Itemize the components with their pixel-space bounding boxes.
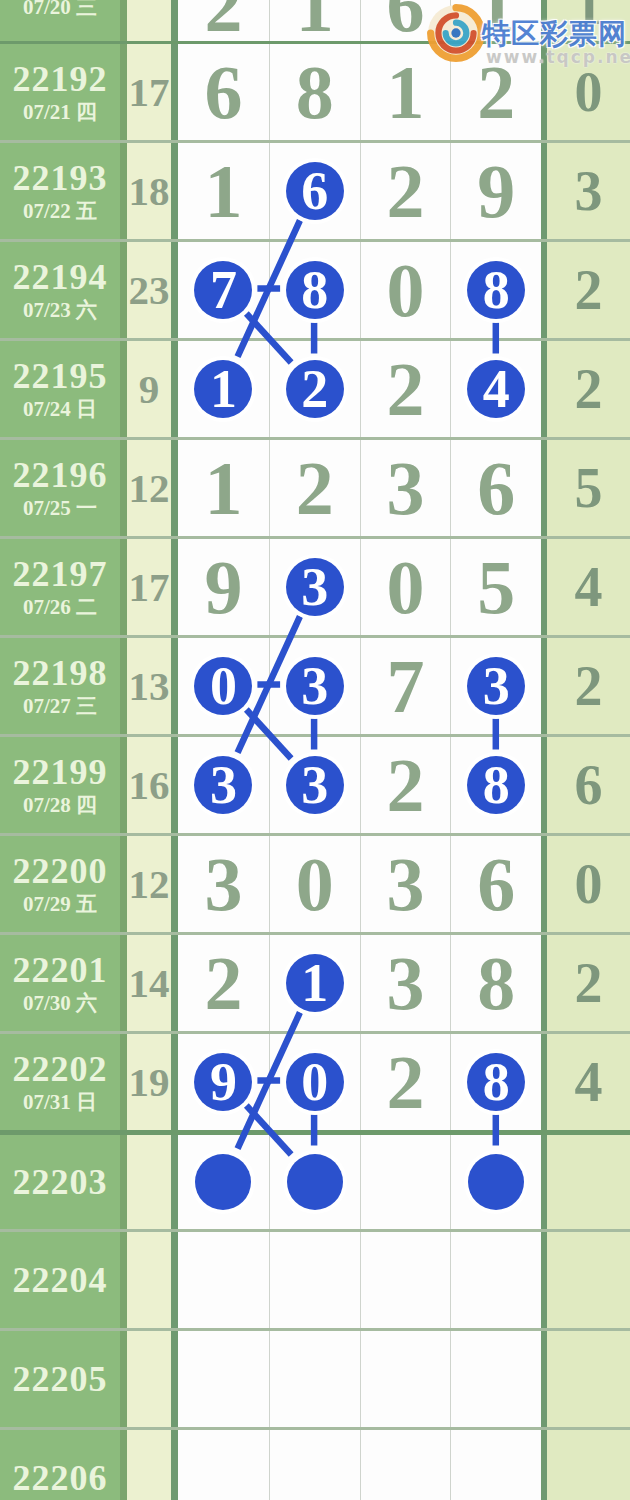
digit-cell: [269, 1331, 360, 1427]
column-divider: [171, 836, 178, 932]
extra-cell: 2: [547, 935, 630, 1031]
watermark-swirl-logo-icon: [426, 3, 486, 63]
date-label: 07/30 六: [23, 993, 97, 1014]
digit: 1: [386, 54, 424, 130]
digit: 3: [386, 846, 424, 922]
column-divider: [171, 1034, 178, 1130]
sum-cell: 14: [127, 935, 171, 1031]
sum-cell: [127, 1430, 171, 1500]
extra-value: 4: [575, 1054, 603, 1110]
digit: 2: [386, 351, 424, 427]
circled-digit: 7: [194, 261, 252, 319]
prediction-dot: [287, 1154, 343, 1210]
trend-row: 2219607/25 一1212365: [0, 437, 630, 536]
extra-cell: 5: [547, 440, 630, 536]
date-label: 07/21 四: [23, 102, 97, 123]
column-divider: [171, 1135, 178, 1229]
digit-cell: [178, 1331, 269, 1427]
trend-row: 22203: [0, 1130, 630, 1229]
digit-cell: 3: [269, 539, 360, 635]
column-divider: [171, 242, 178, 338]
period-cell: 2219207/21 四: [0, 44, 120, 140]
digit-cell: [178, 1430, 269, 1500]
extra-cell: [547, 1430, 630, 1500]
period-cell: 2219507/24 日: [0, 341, 120, 437]
digit-cell: [178, 1232, 269, 1328]
digit-cell: 3: [269, 737, 360, 833]
circled-digit: 2: [286, 360, 344, 418]
circled-digit: 9: [194, 1053, 252, 1111]
digit-cell: 3: [360, 836, 451, 932]
digit: 2: [386, 1044, 424, 1120]
sum-value: 17: [129, 563, 170, 611]
trend-row: 2220107/30 六1421382: [0, 932, 630, 1031]
period-cell: 2219307/22 五: [0, 143, 120, 239]
digit-cell: 2: [360, 1034, 451, 1130]
sum-value: 19: [129, 1058, 170, 1106]
column-divider: [120, 1135, 127, 1229]
date-label: 07/31 日: [23, 1092, 97, 1113]
digit-cell: 8: [450, 242, 541, 338]
circled-digit: 8: [467, 756, 525, 814]
digit-cell: 6: [269, 143, 360, 239]
period-cell: 2220207/31 日: [0, 1034, 120, 1130]
date-label: 07/20 三: [23, 0, 97, 18]
trend-row: 2220007/29 五1230360: [0, 833, 630, 932]
extra-cell: 4: [547, 539, 630, 635]
extra-cell: 6: [547, 737, 630, 833]
circled-digit: 0: [194, 657, 252, 715]
circled-digit: 8: [467, 1053, 525, 1111]
prediction-dot: [468, 1154, 524, 1210]
period-label: 22202: [13, 1051, 108, 1087]
column-divider: [120, 539, 127, 635]
digit: 7: [386, 648, 424, 724]
period-label: 22198: [13, 655, 108, 691]
period-label: 22204: [13, 1262, 108, 1298]
date-label: 07/23 六: [23, 300, 97, 321]
extra-value: 2: [575, 658, 603, 714]
digit-cell: [450, 1430, 541, 1500]
sum-value: 12: [129, 860, 170, 908]
circled-digit: 4: [467, 360, 525, 418]
digit-cell: [269, 1135, 360, 1229]
digit-cell: 0: [178, 638, 269, 734]
column-divider: [120, 44, 127, 140]
digit: 2: [296, 450, 334, 526]
period-label: 22200: [13, 853, 108, 889]
sum-cell: [127, 1331, 171, 1427]
digit-cell: [450, 1331, 541, 1427]
digit-cell: 7: [178, 242, 269, 338]
date-label: 07/24 日: [23, 399, 97, 420]
digit-cell: [269, 1430, 360, 1500]
column-divider: [120, 440, 127, 536]
column-divider: [171, 341, 178, 437]
extra-value: 4: [575, 559, 603, 615]
sum-value: 13: [129, 662, 170, 710]
digit: 2: [204, 0, 242, 43]
period-label: 22195: [13, 358, 108, 394]
sum-cell: 9: [127, 341, 171, 437]
date-label: 07/28 四: [23, 795, 97, 816]
digit-cell: 8: [269, 44, 360, 140]
digit-cell: 3: [178, 836, 269, 932]
digit-cell: 2: [178, 935, 269, 1031]
trend-row: 2219707/26 二1793054: [0, 536, 630, 635]
digit: 5: [477, 549, 515, 625]
column-divider: [120, 1331, 127, 1427]
digit: 8: [477, 945, 515, 1021]
digit-cell: 9: [178, 1034, 269, 1130]
sum-value: 14: [129, 959, 170, 1007]
column-divider: [120, 143, 127, 239]
column-divider: [120, 1232, 127, 1328]
digit-cell: 0: [360, 539, 451, 635]
period-label: 22197: [13, 556, 108, 592]
digit: 0: [296, 846, 334, 922]
extra-value: 5: [575, 460, 603, 516]
column-divider: [120, 935, 127, 1031]
extra-cell: 4: [547, 1034, 630, 1130]
extra-cell: [547, 1331, 630, 1427]
digit-cell: 2: [360, 737, 451, 833]
period-label: 22201: [13, 952, 108, 988]
period-label: 22199: [13, 754, 108, 790]
digit: 2: [386, 747, 424, 823]
sum-cell: 16: [127, 737, 171, 833]
trend-row: 2219807/27 三1303732: [0, 635, 630, 734]
extra-value: 0: [575, 64, 603, 120]
circled-digit: 3: [467, 657, 525, 715]
extra-cell: 0: [547, 836, 630, 932]
trend-row: 2219307/22 五1816293: [0, 140, 630, 239]
trend-row: 2220207/31 日1990284: [0, 1031, 630, 1130]
column-divider: [171, 440, 178, 536]
digit-cell: 2: [360, 143, 451, 239]
digit: 3: [386, 945, 424, 1021]
period-cell: 2220107/30 六: [0, 935, 120, 1031]
digit-cell: 4: [450, 341, 541, 437]
column-divider: [171, 539, 178, 635]
extra-value: 6: [575, 757, 603, 813]
digit-cell: 1: [178, 341, 269, 437]
digit-cell: 0: [269, 1034, 360, 1130]
digit-cell: 1: [178, 440, 269, 536]
sum-value: 23: [129, 266, 170, 314]
period-cell: 2220007/29 五: [0, 836, 120, 932]
prediction-dot: [195, 1154, 251, 1210]
digit: 6: [477, 846, 515, 922]
digit-cell: 8: [450, 935, 541, 1031]
period-label: 22196: [13, 457, 108, 493]
digit: 3: [204, 846, 242, 922]
period-label: 22192: [13, 61, 108, 97]
digit-cell: 6: [178, 44, 269, 140]
digit: 9: [477, 153, 515, 229]
period-label: 22193: [13, 160, 108, 196]
digit-cell: 3: [450, 638, 541, 734]
sum-cell: 12: [127, 836, 171, 932]
period-cell: 2219907/28 四: [0, 737, 120, 833]
digit-cell: 3: [360, 440, 451, 536]
trend-row: 22205: [0, 1328, 630, 1427]
digit: 0: [386, 252, 424, 328]
digit-cell: 5: [450, 539, 541, 635]
digit-cell: 2: [360, 341, 451, 437]
period-label: 22205: [13, 1361, 108, 1397]
digit: 6: [386, 0, 424, 43]
circled-digit: 1: [194, 360, 252, 418]
digit-cell: 6: [450, 440, 541, 536]
circled-digit: 0: [286, 1053, 344, 1111]
extra-value: 2: [575, 262, 603, 318]
column-divider: [171, 1331, 178, 1427]
column-divider: [171, 44, 178, 140]
extra-cell: [547, 1135, 630, 1229]
period-cell: 22203: [0, 1135, 120, 1229]
digit: 2: [204, 945, 242, 1021]
extra-value: 2: [575, 361, 603, 417]
column-divider: [120, 341, 127, 437]
date-label: 07/29 五: [23, 894, 97, 915]
sum-value: 12: [129, 464, 170, 512]
lottery-trend-chart: 07/20 三216112219207/21 四17681202219307/2…: [0, 0, 630, 1500]
date-label: 07/25 一: [23, 498, 97, 519]
circled-digit: 3: [286, 756, 344, 814]
column-divider: [120, 1430, 127, 1500]
extra-cell: 2: [547, 242, 630, 338]
sum-value: 9: [139, 365, 160, 413]
column-divider: [171, 1430, 178, 1500]
digit-cell: 7: [360, 638, 451, 734]
column-divider: [120, 638, 127, 734]
sum-cell: 17: [127, 44, 171, 140]
digit-cell: [450, 1135, 541, 1229]
digit-cell: 0: [269, 836, 360, 932]
circled-digit: 3: [194, 756, 252, 814]
circled-digit: 1: [286, 954, 344, 1012]
digit: 0: [386, 549, 424, 625]
extra-cell: 3: [547, 143, 630, 239]
trend-row: 22206: [0, 1427, 630, 1500]
circled-digit: 3: [286, 657, 344, 715]
extra-cell: 2: [547, 638, 630, 734]
digit-cell: 8: [269, 242, 360, 338]
sum-value: 17: [129, 68, 170, 116]
digit-cell: 2: [269, 440, 360, 536]
sum-cell: [127, 1232, 171, 1328]
trend-row: 2219907/28 四1633286: [0, 734, 630, 833]
digit: 3: [386, 450, 424, 526]
digit-cell: 8: [450, 737, 541, 833]
period-cell: 22204: [0, 1232, 120, 1328]
sum-cell: 18: [127, 143, 171, 239]
sum-cell: 19: [127, 1034, 171, 1130]
digit: 1: [296, 0, 334, 43]
circled-digit: 3: [286, 558, 344, 616]
extra-value: 2: [575, 955, 603, 1011]
period-label: 22194: [13, 259, 108, 295]
digit-cell: 1: [178, 143, 269, 239]
digit-cell: 6: [450, 836, 541, 932]
digit-cell: [450, 1232, 541, 1328]
sum-value: 16: [129, 761, 170, 809]
digit-cell: 8: [450, 1034, 541, 1130]
period-cell: 22206: [0, 1430, 120, 1500]
digit-cell: [360, 1430, 451, 1500]
column-divider: [171, 143, 178, 239]
digit: 9: [204, 549, 242, 625]
digit-cell: 0: [360, 242, 451, 338]
column-divider: [171, 638, 178, 734]
digit-cell: 3: [269, 638, 360, 734]
sum-cell: 17: [127, 539, 171, 635]
digit-cell: 2: [269, 341, 360, 437]
digit: 1: [204, 153, 242, 229]
digit-cell: 3: [360, 935, 451, 1031]
digit: 6: [477, 450, 515, 526]
sum-cell: 12: [127, 440, 171, 536]
trend-row: 2219507/24 日912242: [0, 338, 630, 437]
column-divider: [171, 737, 178, 833]
digit-cell: [360, 1135, 451, 1229]
circled-digit: 6: [286, 162, 344, 220]
column-divider: [171, 935, 178, 1031]
sum-cell: 23: [127, 242, 171, 338]
extra-value: 3: [575, 163, 603, 219]
watermark-site-url: www.tqcp.net: [486, 47, 630, 67]
digit-cell: [360, 1232, 451, 1328]
trend-row: 2219407/23 六2378082: [0, 239, 630, 338]
date-label: 07/27 三: [23, 696, 97, 717]
circled-digit: 8: [467, 261, 525, 319]
date-label: 07/26 二: [23, 597, 97, 618]
period-label: 22203: [13, 1164, 108, 1200]
digit-cell: 1: [269, 935, 360, 1031]
period-cell: 2219807/27 三: [0, 638, 120, 734]
column-divider: [120, 737, 127, 833]
extra-cell: 2: [547, 341, 630, 437]
sum-cell: [127, 1135, 171, 1229]
column-divider: [171, 1232, 178, 1328]
digit: 6: [204, 54, 242, 130]
period-cell: 2219607/25 一: [0, 440, 120, 536]
digit-cell: 3: [178, 737, 269, 833]
extra-value: 0: [575, 856, 603, 912]
digit: 1: [204, 450, 242, 526]
circled-digit: 8: [286, 261, 344, 319]
sum-value: 18: [129, 167, 170, 215]
date-label: 07/22 五: [23, 201, 97, 222]
column-divider: [120, 1034, 127, 1130]
digit-cell: [360, 1331, 451, 1427]
digit: 2: [386, 153, 424, 229]
watermark: 特区彩票网 www.tqcp.net: [424, 2, 630, 68]
period-label: 22206: [13, 1460, 108, 1496]
sum-cell: 13: [127, 638, 171, 734]
digit: 8: [296, 54, 334, 130]
extra-cell: [547, 1232, 630, 1328]
period-cell: 2219707/26 二: [0, 539, 120, 635]
column-divider: [120, 836, 127, 932]
period-cell: 2219407/23 六: [0, 242, 120, 338]
digit-cell: [178, 1135, 269, 1229]
digit-cell: [269, 1232, 360, 1328]
column-divider: [120, 242, 127, 338]
digit-cell: 9: [450, 143, 541, 239]
period-cell: 22205: [0, 1331, 120, 1427]
digit-cell: 9: [178, 539, 269, 635]
trend-row: 22204: [0, 1229, 630, 1328]
